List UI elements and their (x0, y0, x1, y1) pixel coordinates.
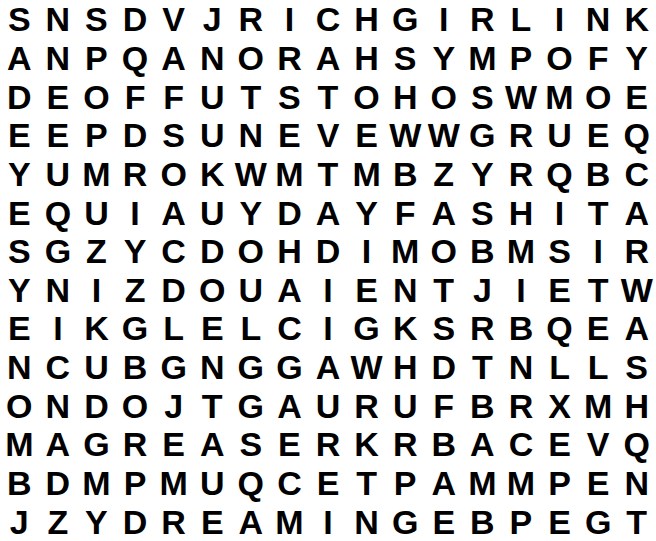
grid-cell-r3c6[interactable]: U (193, 77, 232, 116)
grid-cell-r8c16[interactable]: T (579, 270, 618, 309)
grid-cell-r3c4[interactable]: F (116, 77, 155, 116)
grid-cell-r11c17[interactable]: H (617, 386, 656, 425)
grid-cell-r12c12[interactable]: B (424, 425, 463, 464)
grid-cell-r7c1[interactable]: S (0, 232, 39, 271)
grid-cell-r13c4[interactable]: P (116, 464, 155, 503)
grid-cell-r1c7[interactable]: R (232, 0, 271, 39)
grid-cell-r1c2[interactable]: N (39, 0, 78, 39)
grid-cell-r2c6[interactable]: N (193, 39, 232, 78)
grid-cell-r5c2[interactable]: U (39, 155, 78, 194)
grid-cell-r3c11[interactable]: H (386, 77, 425, 116)
grid-cell-r2c17[interactable]: Y (617, 39, 656, 78)
grid-cell-r10c2[interactable]: C (39, 348, 78, 387)
grid-cell-r8c15[interactable]: E (540, 270, 579, 309)
grid-cell-r13c11[interactable]: P (386, 464, 425, 503)
grid-cell-r13c17[interactable]: N (617, 464, 656, 503)
grid-cell-r5c14[interactable]: R (502, 155, 541, 194)
grid-cell-r1c13[interactable]: R (463, 0, 502, 39)
grid-cell-r11c16[interactable]: M (579, 386, 618, 425)
grid-cell-r7c4[interactable]: Y (116, 232, 155, 271)
grid-cell-r12c1[interactable]: M (0, 425, 39, 464)
grid-cell-r12c5[interactable]: E (154, 425, 193, 464)
grid-cell-r12c2[interactable]: A (39, 425, 78, 464)
grid-cell-r3c9[interactable]: T (309, 77, 348, 116)
grid-cell-r6c4[interactable]: I (116, 193, 155, 232)
grid-cell-r4c16[interactable]: E (579, 116, 618, 155)
grid-cell-r14c6[interactable]: E (193, 502, 232, 541)
grid-cell-r9c14[interactable]: B (502, 309, 541, 348)
grid-cell-r9c15[interactable]: Q (540, 309, 579, 348)
grid-cell-r5c1[interactable]: Y (0, 155, 39, 194)
grid-cell-r12c13[interactable]: A (463, 425, 502, 464)
grid-cell-r2c15[interactable]: O (540, 39, 579, 78)
grid-cell-r3c1[interactable]: D (0, 77, 39, 116)
grid-cell-r13c6[interactable]: U (193, 464, 232, 503)
grid-cell-r14c9[interactable]: I (309, 502, 348, 541)
grid-cell-r9c9[interactable]: I (309, 309, 348, 348)
grid-cell-r1c3[interactable]: S (77, 0, 116, 39)
grid-cell-r13c16[interactable]: E (579, 464, 618, 503)
grid-cell-r2c16[interactable]: F (579, 39, 618, 78)
grid-cell-r3c12[interactable]: O (424, 77, 463, 116)
grid-cell-r6c17[interactable]: A (617, 193, 656, 232)
grid-cell-r3c8[interactable]: S (270, 77, 309, 116)
grid-cell-r5c12[interactable]: Z (424, 155, 463, 194)
grid-cell-r8c8[interactable]: A (270, 270, 309, 309)
grid-cell-r5c8[interactable]: M (270, 155, 309, 194)
grid-cell-r3c10[interactable]: O (347, 77, 386, 116)
grid-cell-r14c12[interactable]: E (424, 502, 463, 541)
grid-cell-r11c11[interactable]: U (386, 386, 425, 425)
grid-cell-r7c10[interactable]: I (347, 232, 386, 271)
grid-cell-r8c13[interactable]: J (463, 270, 502, 309)
grid-cell-r8c11[interactable]: N (386, 270, 425, 309)
grid-cell-r8c9[interactable]: I (309, 270, 348, 309)
grid-cell-r8c2[interactable]: N (39, 270, 78, 309)
grid-cell-r3c15[interactable]: M (540, 77, 579, 116)
grid-cell-r2c5[interactable]: A (154, 39, 193, 78)
grid-cell-r9c2[interactable]: I (39, 309, 78, 348)
grid-cell-r12c3[interactable]: G (77, 425, 116, 464)
grid-cell-r10c7[interactable]: G (232, 348, 271, 387)
grid-cell-r7c8[interactable]: H (270, 232, 309, 271)
grid-cell-r10c14[interactable]: N (502, 348, 541, 387)
grid-cell-r13c3[interactable]: M (77, 464, 116, 503)
grid-cell-r2c12[interactable]: Y (424, 39, 463, 78)
grid-cell-r10c4[interactable]: B (116, 348, 155, 387)
grid-cell-r13c14[interactable]: M (502, 464, 541, 503)
grid-cell-r14c5[interactable]: R (154, 502, 193, 541)
grid-cell-r13c8[interactable]: C (270, 464, 309, 503)
grid-cell-r11c6[interactable]: T (193, 386, 232, 425)
grid-cell-r2c4[interactable]: Q (116, 39, 155, 78)
grid-cell-r11c14[interactable]: R (502, 386, 541, 425)
grid-cell-r14c17[interactable]: T (617, 502, 656, 541)
grid-cell-r14c2[interactable]: Z (39, 502, 78, 541)
grid-cell-r1c14[interactable]: L (502, 0, 541, 39)
grid-cell-r14c11[interactable]: G (386, 502, 425, 541)
grid-cell-r9c10[interactable]: G (347, 309, 386, 348)
grid-cell-r10c15[interactable]: L (540, 348, 579, 387)
grid-cell-r6c13[interactable]: S (463, 193, 502, 232)
grid-cell-r14c16[interactable]: G (579, 502, 618, 541)
grid-cell-r4c9[interactable]: V (309, 116, 348, 155)
grid-cell-r6c12[interactable]: A (424, 193, 463, 232)
grid-cell-r8c10[interactable]: E (347, 270, 386, 309)
grid-cell-r12c17[interactable]: Q (617, 425, 656, 464)
grid-cell-r3c13[interactable]: S (463, 77, 502, 116)
grid-cell-r14c8[interactable]: M (270, 502, 309, 541)
grid-cell-r10c5[interactable]: G (154, 348, 193, 387)
grid-cell-r14c3[interactable]: Y (77, 502, 116, 541)
grid-cell-r13c12[interactable]: A (424, 464, 463, 503)
grid-cell-r2c8[interactable]: R (270, 39, 309, 78)
grid-cell-r4c15[interactable]: U (540, 116, 579, 155)
grid-cell-r7c2[interactable]: G (39, 232, 78, 271)
grid-cell-r10c10[interactable]: W (347, 348, 386, 387)
grid-cell-r9c16[interactable]: E (579, 309, 618, 348)
grid-cell-r4c10[interactable]: E (347, 116, 386, 155)
grid-cell-r12c7[interactable]: S (232, 425, 271, 464)
grid-cell-r8c17[interactable]: W (617, 270, 656, 309)
grid-cell-r1c15[interactable]: I (540, 0, 579, 39)
grid-cell-r13c5[interactable]: M (154, 464, 193, 503)
grid-cell-r12c11[interactable]: R (386, 425, 425, 464)
grid-cell-r10c3[interactable]: U (77, 348, 116, 387)
grid-cell-r9c1[interactable]: E (0, 309, 39, 348)
grid-cell-r13c1[interactable]: B (0, 464, 39, 503)
grid-cell-r8c4[interactable]: Z (116, 270, 155, 309)
grid-cell-r13c7[interactable]: Q (232, 464, 271, 503)
grid-cell-r13c13[interactable]: M (463, 464, 502, 503)
grid-cell-r10c17[interactable]: S (617, 348, 656, 387)
grid-cell-r12c14[interactable]: C (502, 425, 541, 464)
grid-cell-r5c10[interactable]: M (347, 155, 386, 194)
grid-cell-r14c13[interactable]: B (463, 502, 502, 541)
grid-cell-r11c2[interactable]: N (39, 386, 78, 425)
grid-cell-r5c13[interactable]: Y (463, 155, 502, 194)
grid-cell-r4c2[interactable]: E (39, 116, 78, 155)
grid-cell-r9c4[interactable]: G (116, 309, 155, 348)
grid-cell-r12c10[interactable]: K (347, 425, 386, 464)
grid-cell-r6c5[interactable]: A (154, 193, 193, 232)
grid-cell-r3c16[interactable]: O (579, 77, 618, 116)
grid-cell-r2c9[interactable]: A (309, 39, 348, 78)
grid-cell-r1c17[interactable]: K (617, 0, 656, 39)
grid-cell-r14c1[interactable]: J (0, 502, 39, 541)
grid-cell-r7c9[interactable]: D (309, 232, 348, 271)
grid-cell-r13c10[interactable]: T (347, 464, 386, 503)
grid-cell-r5c6[interactable]: K (193, 155, 232, 194)
grid-cell-r6c8[interactable]: D (270, 193, 309, 232)
grid-cell-r12c8[interactable]: E (270, 425, 309, 464)
grid-cell-r10c12[interactable]: D (424, 348, 463, 387)
grid-cell-r14c15[interactable]: E (540, 502, 579, 541)
grid-cell-r4c6[interactable]: U (193, 116, 232, 155)
grid-cell-r4c8[interactable]: E (270, 116, 309, 155)
grid-cell-r7c6[interactable]: D (193, 232, 232, 271)
grid-cell-r2c14[interactable]: P (502, 39, 541, 78)
grid-cell-r14c4[interactable]: D (116, 502, 155, 541)
grid-cell-r6c16[interactable]: T (579, 193, 618, 232)
grid-cell-r8c6[interactable]: O (193, 270, 232, 309)
grid-cell-r5c15[interactable]: Q (540, 155, 579, 194)
grid-cell-r10c11[interactable]: H (386, 348, 425, 387)
grid-cell-r9c17[interactable]: A (617, 309, 656, 348)
grid-cell-r6c11[interactable]: F (386, 193, 425, 232)
grid-cell-r3c14[interactable]: W (502, 77, 541, 116)
grid-cell-r6c14[interactable]: H (502, 193, 541, 232)
grid-cell-r11c10[interactable]: R (347, 386, 386, 425)
grid-cell-r12c9[interactable]: R (309, 425, 348, 464)
grid-cell-r1c10[interactable]: H (347, 0, 386, 39)
grid-cell-r10c16[interactable]: L (579, 348, 618, 387)
grid-cell-r7c12[interactable]: O (424, 232, 463, 271)
grid-cell-r5c7[interactable]: W (232, 155, 271, 194)
grid-cell-r2c2[interactable]: N (39, 39, 78, 78)
grid-cell-r1c9[interactable]: C (309, 0, 348, 39)
grid-cell-r8c14[interactable]: I (502, 270, 541, 309)
grid-cell-r13c2[interactable]: D (39, 464, 78, 503)
grid-cell-r9c5[interactable]: L (154, 309, 193, 348)
grid-cell-r1c16[interactable]: N (579, 0, 618, 39)
grid-cell-r11c5[interactable]: J (154, 386, 193, 425)
grid-cell-r4c3[interactable]: P (77, 116, 116, 155)
grid-cell-r2c3[interactable]: P (77, 39, 116, 78)
grid-cell-r9c6[interactable]: E (193, 309, 232, 348)
grid-cell-r4c13[interactable]: G (463, 116, 502, 155)
grid-cell-r6c9[interactable]: A (309, 193, 348, 232)
grid-cell-r1c6[interactable]: J (193, 0, 232, 39)
grid-cell-r6c7[interactable]: Y (232, 193, 271, 232)
grid-cell-r11c13[interactable]: B (463, 386, 502, 425)
grid-cell-r12c16[interactable]: V (579, 425, 618, 464)
grid-cell-r4c11[interactable]: W (386, 116, 425, 155)
grid-cell-r3c5[interactable]: F (154, 77, 193, 116)
grid-cell-r4c14[interactable]: R (502, 116, 541, 155)
grid-cell-r13c15[interactable]: P (540, 464, 579, 503)
grid-cell-r1c12[interactable]: I (424, 0, 463, 39)
grid-cell-r2c7[interactable]: O (232, 39, 271, 78)
grid-cell-r14c10[interactable]: N (347, 502, 386, 541)
grid-cell-r14c7[interactable]: A (232, 502, 271, 541)
grid-cell-r7c17[interactable]: R (617, 232, 656, 271)
grid-cell-r4c4[interactable]: D (116, 116, 155, 155)
grid-cell-r7c3[interactable]: Z (77, 232, 116, 271)
grid-cell-r2c10[interactable]: H (347, 39, 386, 78)
grid-cell-r11c8[interactable]: A (270, 386, 309, 425)
grid-cell-r1c1[interactable]: S (0, 0, 39, 39)
grid-cell-r10c13[interactable]: T (463, 348, 502, 387)
grid-cell-r9c7[interactable]: L (232, 309, 271, 348)
grid-cell-r7c16[interactable]: I (579, 232, 618, 271)
grid-cell-r4c7[interactable]: N (232, 116, 271, 155)
grid-cell-r12c6[interactable]: A (193, 425, 232, 464)
grid-cell-r1c4[interactable]: D (116, 0, 155, 39)
grid-cell-r6c15[interactable]: I (540, 193, 579, 232)
grid-cell-r9c11[interactable]: K (386, 309, 425, 348)
grid-cell-r10c8[interactable]: G (270, 348, 309, 387)
grid-cell-r1c8[interactable]: I (270, 0, 309, 39)
grid-cell-r3c3[interactable]: O (77, 77, 116, 116)
grid-cell-r8c7[interactable]: U (232, 270, 271, 309)
grid-cell-r3c17[interactable]: E (617, 77, 656, 116)
grid-cell-r12c15[interactable]: E (540, 425, 579, 464)
grid-cell-r1c11[interactable]: G (386, 0, 425, 39)
grid-cell-r11c9[interactable]: U (309, 386, 348, 425)
grid-cell-r11c15[interactable]: X (540, 386, 579, 425)
grid-cell-r2c11[interactable]: S (386, 39, 425, 78)
grid-cell-r2c13[interactable]: M (463, 39, 502, 78)
grid-cell-r4c5[interactable]: S (154, 116, 193, 155)
grid-cell-r7c5[interactable]: C (154, 232, 193, 271)
grid-cell-r7c15[interactable]: S (540, 232, 579, 271)
grid-cell-r13c9[interactable]: E (309, 464, 348, 503)
grid-cell-r3c7[interactable]: T (232, 77, 271, 116)
grid-cell-r8c5[interactable]: D (154, 270, 193, 309)
grid-cell-r11c7[interactable]: G (232, 386, 271, 425)
word-search-board: SNSDVJRICHGIRLINKANPQANORAHSYMPOFYDEOFFU… (0, 0, 656, 541)
grid-cell-r4c12[interactable]: W (424, 116, 463, 155)
grid-cell-r4c17[interactable]: Q (617, 116, 656, 155)
grid-cell-r7c14[interactable]: M (502, 232, 541, 271)
grid-cell-r5c5[interactable]: O (154, 155, 193, 194)
grid-cell-r12c4[interactable]: R (116, 425, 155, 464)
grid-cell-r6c1[interactable]: E (0, 193, 39, 232)
grid-cell-r9c8[interactable]: C (270, 309, 309, 348)
grid-cell-r5c11[interactable]: B (386, 155, 425, 194)
grid-cell-r6c6[interactable]: U (193, 193, 232, 232)
grid-cell-r8c3[interactable]: I (77, 270, 116, 309)
grid-cell-r11c3[interactable]: D (77, 386, 116, 425)
grid-cell-r7c11[interactable]: M (386, 232, 425, 271)
grid-cell-r11c12[interactable]: F (424, 386, 463, 425)
grid-cell-r6c10[interactable]: Y (347, 193, 386, 232)
grid-cell-r11c1[interactable]: O (0, 386, 39, 425)
grid-cell-r9c3[interactable]: K (77, 309, 116, 348)
grid-cell-r2c1[interactable]: A (0, 39, 39, 78)
grid-cell-r8c12[interactable]: T (424, 270, 463, 309)
grid-cell-r11c4[interactable]: O (116, 386, 155, 425)
grid-cell-r10c9[interactable]: A (309, 348, 348, 387)
grid-cell-r1c5[interactable]: V (154, 0, 193, 39)
grid-cell-r6c3[interactable]: U (77, 193, 116, 232)
grid-cell-r5c4[interactable]: R (116, 155, 155, 194)
grid-cell-r5c3[interactable]: M (77, 155, 116, 194)
grid-cell-r10c6[interactable]: N (193, 348, 232, 387)
grid-cell-r7c7[interactable]: O (232, 232, 271, 271)
grid-cell-r14c14[interactable]: P (502, 502, 541, 541)
grid-cell-r5c17[interactable]: C (617, 155, 656, 194)
grid-cell-r5c16[interactable]: B (579, 155, 618, 194)
grid-cell-r9c13[interactable]: R (463, 309, 502, 348)
grid-cell-r4c1[interactable]: E (0, 116, 39, 155)
grid-cell-r10c1[interactable]: N (0, 348, 39, 387)
grid-cell-r9c12[interactable]: S (424, 309, 463, 348)
grid-cell-r7c13[interactable]: B (463, 232, 502, 271)
grid-cell-r8c1[interactable]: Y (0, 270, 39, 309)
grid-cell-r6c2[interactable]: Q (39, 193, 78, 232)
grid-cell-r5c9[interactable]: T (309, 155, 348, 194)
grid-cell-r3c2[interactable]: E (39, 77, 78, 116)
